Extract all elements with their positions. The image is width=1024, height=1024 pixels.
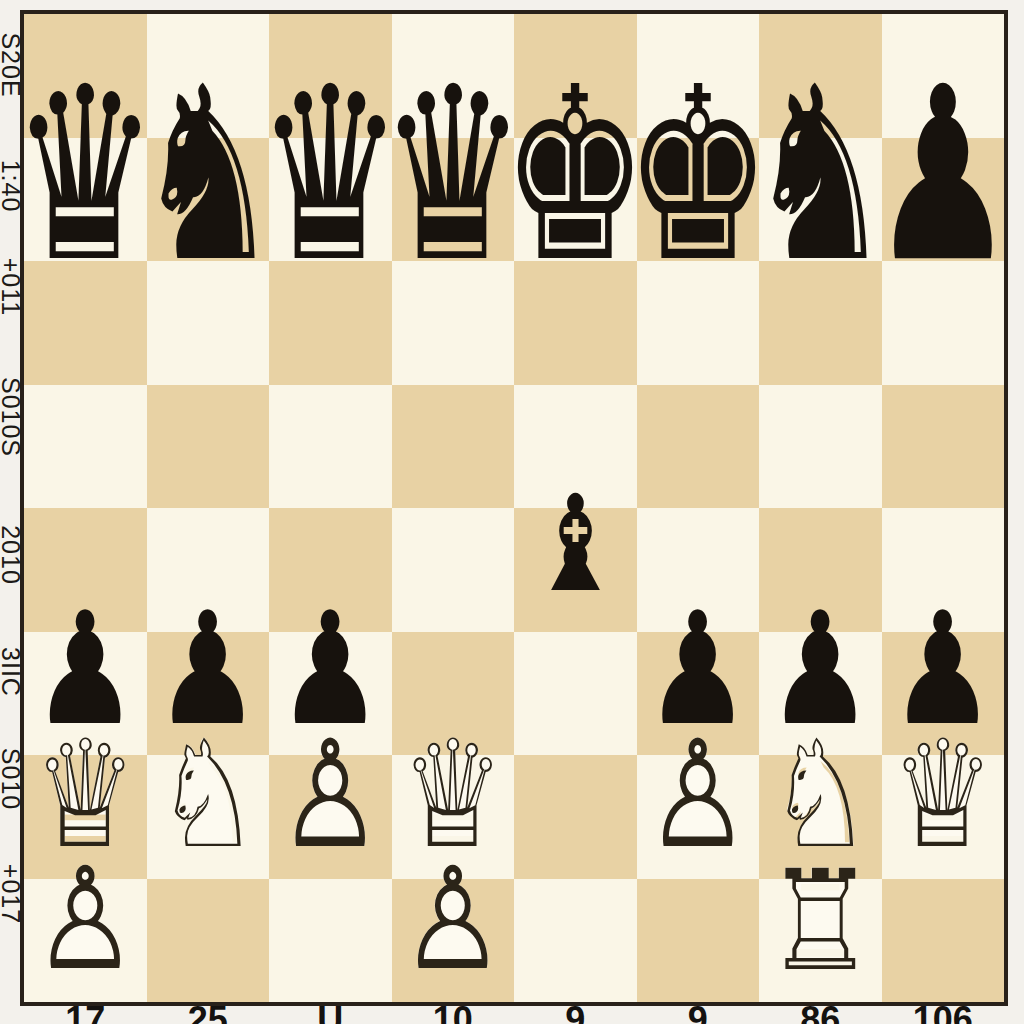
piece-white-pawn: ♟♙ [33,848,137,990]
left-edge-label: 1:40 [0,160,25,213]
square-b2[interactable]: ♞♘ [147,755,270,879]
square-e2[interactable] [514,755,637,879]
left-edge-label: 3IIC [0,647,25,697]
white-piece-glyph-stack: ♛♕ [891,720,995,868]
piece-white-pawn: ♟♙ [646,720,750,868]
square-f2[interactable]: ♟♙ [637,755,760,879]
white-piece-outline: ♙ [401,836,505,1001]
white-piece-outline: ♘ [156,707,260,880]
white-piece-outline: ♙ [33,836,137,1001]
white-piece-outline: ♙ [278,707,382,880]
square-h1[interactable] [882,879,1005,1003]
file-label: 9 [514,1002,637,1024]
file-label: 10 [392,1002,515,1024]
square-e7[interactable]: ♚ [514,138,637,262]
square-h5[interactable] [882,385,1005,509]
square-a1[interactable]: ♟♙ [24,879,147,1003]
piece-black-pawn: ♟ [870,55,1016,295]
square-g5[interactable] [759,385,882,509]
square-h2[interactable]: ♛♕ [882,755,1005,879]
white-piece-outline: ♖ [765,840,876,1001]
bottom-edge-labels: 1725U109986106 [24,1002,1004,1024]
white-piece-outline: ♕ [891,707,995,880]
file-label: U [269,1002,392,1024]
square-d7[interactable]: ♛ [392,138,515,262]
square-e1[interactable] [514,879,637,1003]
white-piece-outline: ♙ [646,707,750,880]
chess-board: ♛♞♛♛♚♚♞♟♝♟♟♟♟♟♟♛♕♞♘♟♙♛♕♟♙♞♘♛♕♟♙♟♙♜♖ [20,10,1008,1006]
white-piece-glyph-stack: ♟♙ [401,848,505,990]
square-b7[interactable]: ♞ [147,138,270,262]
square-c5[interactable] [269,385,392,509]
white-piece-glyph-stack: ♟♙ [646,720,750,868]
file-label: 17 [24,1002,147,1024]
square-c7[interactable]: ♛ [269,138,392,262]
square-g7[interactable]: ♞ [759,138,882,262]
white-piece-glyph-stack: ♜♖ [765,851,876,990]
piece-black-bishop: ♝ [529,476,622,609]
square-e4[interactable]: ♝ [514,508,637,632]
piece-white-queen: ♛♕ [891,720,995,868]
square-b1[interactable] [147,879,270,1003]
square-c2[interactable]: ♟♙ [269,755,392,879]
file-label: 9 [637,1002,760,1024]
left-edge-label: S20E [0,32,25,97]
piece-white-knight: ♞♘ [156,720,260,868]
square-g1[interactable]: ♜♖ [759,879,882,1003]
piece-white-pawn: ♟♙ [401,848,505,990]
file-label: 106 [882,1002,1005,1024]
square-f7[interactable]: ♚ [637,138,760,262]
square-e3[interactable] [514,632,637,756]
file-label: 86 [759,1002,882,1024]
left-edge-label: S010 [0,748,25,810]
square-f1[interactable] [637,879,760,1003]
left-edge-label: 2010 [0,525,25,585]
square-d1[interactable]: ♟♙ [392,879,515,1003]
square-b5[interactable] [147,385,270,509]
left-edge-label: +011 [0,258,25,316]
square-h7[interactable]: ♟ [882,138,1005,262]
square-d4[interactable] [392,508,515,632]
left-edge-label: S010S [0,377,25,457]
piece-white-rook: ♜♖ [765,851,876,990]
square-a7[interactable]: ♛ [24,138,147,262]
left-edge-label: +017 [0,864,25,924]
white-piece-glyph-stack: ♞♘ [156,720,260,868]
square-c1[interactable] [269,879,392,1003]
square-d5[interactable] [392,385,515,509]
white-piece-glyph-stack: ♟♙ [33,848,137,990]
square-f5[interactable] [637,385,760,509]
piece-white-pawn: ♟♙ [278,720,382,868]
square-a5[interactable] [24,385,147,509]
white-piece-glyph-stack: ♟♙ [278,720,382,868]
file-label: 25 [147,1002,270,1024]
